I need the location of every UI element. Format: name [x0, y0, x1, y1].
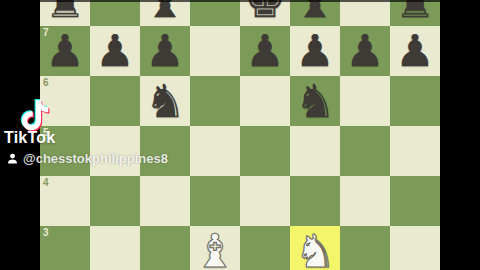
person-icon: [6, 152, 19, 165]
square-b3[interactable]: [90, 226, 140, 270]
square-d8[interactable]: [190, 0, 240, 26]
square-f6[interactable]: ♞: [290, 76, 340, 126]
square-a7[interactable]: 7♟: [40, 26, 90, 76]
rank-label-3: 3: [43, 228, 49, 238]
square-c6[interactable]: ♞: [140, 76, 190, 126]
piece-black-pawn-b7[interactable]: ♟: [90, 26, 140, 76]
square-c8[interactable]: ♝: [140, 0, 190, 26]
piece-white-knight-f3[interactable]: ♞: [290, 226, 340, 270]
piece-black-pawn-f7[interactable]: ♟: [290, 26, 340, 76]
rank-label-6: 6: [43, 78, 49, 88]
square-b4[interactable]: [90, 176, 140, 226]
square-g5[interactable]: [340, 126, 390, 176]
square-h8[interactable]: ♜: [390, 0, 440, 26]
piece-black-rook-a8[interactable]: ♜: [40, 0, 90, 26]
square-a4[interactable]: 4: [40, 176, 90, 226]
square-b6[interactable]: [90, 76, 140, 126]
square-f7[interactable]: ♟: [290, 26, 340, 76]
piece-black-knight-f6[interactable]: ♞: [290, 76, 340, 126]
video-edge-strip: [0, 0, 480, 2]
piece-black-rook-h8[interactable]: ♜: [390, 0, 440, 26]
square-f4[interactable]: [290, 176, 340, 226]
square-h7[interactable]: ♟: [390, 26, 440, 76]
square-g6[interactable]: [340, 76, 390, 126]
square-b7[interactable]: ♟: [90, 26, 140, 76]
rank-label-4: 4: [43, 178, 49, 188]
square-g3[interactable]: [340, 226, 390, 270]
square-c3[interactable]: [140, 226, 190, 270]
square-a3[interactable]: 3: [40, 226, 90, 270]
tiktok-wordmark: TikTok: [4, 129, 55, 147]
square-d4[interactable]: [190, 176, 240, 226]
square-g4[interactable]: [340, 176, 390, 226]
square-h4[interactable]: [390, 176, 440, 226]
piece-black-bishop-c8[interactable]: ♝: [140, 0, 190, 26]
square-f8[interactable]: ♝: [290, 0, 340, 26]
square-e8[interactable]: ♚: [240, 0, 290, 26]
square-h5[interactable]: [390, 126, 440, 176]
creator-handle[interactable]: @chesstokphilippines8: [6, 151, 168, 166]
square-c4[interactable]: [140, 176, 190, 226]
square-h3[interactable]: [390, 226, 440, 270]
square-f3[interactable]: ♞: [290, 226, 340, 270]
square-d5[interactable]: [190, 126, 240, 176]
piece-black-king-e8[interactable]: ♚: [240, 0, 290, 26]
square-d3[interactable]: ♝: [190, 226, 240, 270]
piece-black-bishop-f8[interactable]: ♝: [290, 0, 340, 26]
square-h6[interactable]: [390, 76, 440, 126]
square-e7[interactable]: ♟: [240, 26, 290, 76]
square-f5[interactable]: [290, 126, 340, 176]
chess-board: ♜♝♚♝♜7♟♟♟♟♟♟♟6♞♞543♝♞: [40, 0, 440, 270]
piece-black-pawn-h7[interactable]: ♟: [390, 26, 440, 76]
video-frame: { "app": { "platform_watermark": "TikTok…: [0, 0, 480, 270]
square-d7[interactable]: [190, 26, 240, 76]
square-e6[interactable]: [240, 76, 290, 126]
piece-black-pawn-e7[interactable]: ♟: [240, 26, 290, 76]
square-e4[interactable]: [240, 176, 290, 226]
tiktok-logo-icon: [17, 93, 51, 133]
piece-black-pawn-c7[interactable]: ♟: [140, 26, 190, 76]
square-c7[interactable]: ♟: [140, 26, 190, 76]
square-d6[interactable]: [190, 76, 240, 126]
piece-black-knight-c6[interactable]: ♞: [140, 76, 190, 126]
square-e5[interactable]: [240, 126, 290, 176]
square-e3[interactable]: [240, 226, 290, 270]
square-b8[interactable]: [90, 0, 140, 26]
creator-username: @chesstokphilippines8: [23, 151, 168, 166]
piece-black-pawn-a7[interactable]: ♟: [40, 26, 90, 76]
piece-white-bishop-d3[interactable]: ♝: [190, 226, 240, 270]
piece-black-pawn-g7[interactable]: ♟: [340, 26, 390, 76]
square-a8[interactable]: ♜: [40, 0, 90, 26]
square-g8[interactable]: [340, 0, 390, 26]
letterbox-right: [440, 0, 480, 270]
square-g7[interactable]: ♟: [340, 26, 390, 76]
